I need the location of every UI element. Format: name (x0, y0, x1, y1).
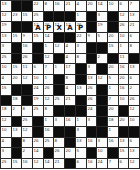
letter-cell-r7c1[interactable]: 10 (1, 64, 12, 75)
letter-cell-r3c8[interactable]: 26P (76, 22, 87, 33)
letter-cell-r3c10[interactable]: 19 (97, 22, 108, 33)
clue-number: 25 (22, 117, 28, 121)
clue-number: 10 (119, 33, 125, 37)
clue-number: 16 (108, 138, 114, 142)
clue-number: 2 (97, 54, 100, 58)
letter-cell-r7c5[interactable]: 7 (44, 64, 55, 75)
letter-cell-r10c9[interactable]: 26 (87, 96, 98, 107)
letter-cell-r14c1[interactable]: 4 (1, 138, 12, 149)
clue-number: 5 (108, 75, 111, 79)
letter-cell-r1c10[interactable]: 14 (97, 1, 108, 12)
letter-cell-r2c10[interactable]: 3 (97, 12, 108, 23)
letter-cell-r9c1[interactable]: 15 (1, 85, 12, 96)
letter-cell-r6c7[interactable]: 4 (65, 54, 76, 65)
black-cell (33, 127, 44, 138)
letter-cell-r3c13[interactable]: 21 (129, 22, 140, 33)
letter-cell-r2c4[interactable]: 25 (33, 12, 44, 23)
clue-number: 12 (119, 12, 125, 16)
codeword-grid: 132281621420141067122315251312131912A26P… (0, 0, 140, 169)
letter-cell-r15c10[interactable]: 10 (97, 148, 108, 159)
letter-cell-r5c6[interactable]: 12 (54, 43, 65, 54)
clue-number: 13 (119, 138, 125, 142)
clue-number: 16 (119, 64, 125, 68)
clue-number: 15 (22, 12, 28, 16)
clue-number: 16 (87, 159, 93, 163)
letter-cell-r16c13[interactable]: 12 (129, 159, 140, 170)
letter-cell-r8c10[interactable]: 12 (97, 75, 108, 86)
clue-number: 10 (129, 117, 135, 121)
letter-cell-r10c7[interactable]: 21 (65, 96, 76, 107)
letter-cell-r1c1[interactable]: 13 (1, 1, 12, 12)
letter-cell-r11c5[interactable]: 8 (44, 106, 55, 117)
letter-cell-r1c8[interactable]: 4 (76, 1, 87, 12)
letter-cell-r9c7[interactable]: 4 (65, 85, 76, 96)
letter-cell-r9c4[interactable]: 24 (33, 85, 44, 96)
letter-cell-r16c6[interactable]: 21 (54, 159, 65, 170)
letter-cell-r5c8[interactable]: 3 (76, 43, 87, 54)
letter-cell-r11c13[interactable]: 12 (129, 106, 140, 117)
black-cell (54, 75, 65, 86)
letter-cell-r16c1[interactable]: 25 (1, 159, 12, 170)
clue-number: 1 (108, 127, 111, 131)
letter-cell-r14c11[interactable]: 16 (108, 138, 119, 149)
letter-cell-r3c1[interactable]: 19 (1, 22, 12, 33)
black-cell (129, 127, 140, 138)
letter-cell-r4c9[interactable]: 9 (87, 33, 98, 44)
clue-number: 23 (12, 12, 18, 16)
letter-cell-r8c11[interactable]: 5 (108, 75, 119, 86)
letter-cell-r4c13[interactable]: 6 (129, 33, 140, 44)
letter-cell-r15c7[interactable]: 20 (65, 148, 76, 159)
clue-number: 22 (76, 33, 82, 37)
clue-number: 3 (97, 138, 100, 142)
clue-number: 12 (44, 54, 50, 58)
letter-cell-r12c3[interactable]: 25 (22, 117, 33, 128)
letter-cell-r2c13[interactable]: 13 (129, 12, 140, 23)
clue-number: 16 (44, 127, 50, 131)
letter-cell-r12c13[interactable]: 10 (129, 117, 140, 128)
letter-cell-r7c7[interactable]: 17 (65, 64, 76, 75)
black-cell (76, 106, 87, 117)
clue-number: 8 (22, 138, 25, 142)
clue-number: 15 (33, 33, 39, 37)
clue-number: 19 (1, 22, 7, 26)
black-cell (87, 22, 98, 33)
letter-cell-r11c11[interactable]: 20 (108, 106, 119, 117)
black-cell (22, 96, 33, 107)
letter-cell-r16c5[interactable]: 14 (44, 159, 55, 170)
black-cell (97, 117, 108, 128)
clue-number: 13 (1, 1, 7, 5)
clue-number: 14 (33, 148, 39, 152)
letter-cell-r15c13[interactable]: 13 (129, 148, 140, 159)
clue-number: 12 (97, 75, 103, 79)
clue-number: 20 (108, 106, 114, 110)
letter-cell-r7c11[interactable]: 20 (108, 64, 119, 75)
letter-cell-r4c1[interactable]: 13 (1, 33, 12, 44)
black-cell (87, 12, 98, 23)
clue-number: 25 (44, 138, 50, 142)
clue-number: 8 (54, 138, 57, 142)
letter-cell-r7c6[interactable]: 1 (54, 64, 65, 75)
letter-cell-r14c10[interactable]: 3 (97, 138, 108, 149)
clue-number: 13 (76, 138, 82, 142)
letter-cell-r12c12[interactable]: 20 (119, 117, 130, 128)
clue-number: 7 (44, 64, 47, 68)
clue-number: 20 (108, 64, 114, 68)
letter-cell-r4c10[interactable]: 5 (97, 33, 108, 44)
letter-cell-r8c3[interactable]: 12 (22, 75, 33, 86)
clue-number: 1 (44, 43, 47, 47)
letter-cell-r8c12[interactable]: 20 (119, 75, 130, 86)
black-cell (76, 96, 87, 107)
letter-cell-r6c10[interactable]: 2 (97, 54, 108, 65)
clue-number: 15 (12, 159, 18, 163)
letter-cell-r6c3[interactable]: 26 (22, 54, 33, 65)
clue-number: 8 (44, 1, 47, 5)
letter-cell-r8c13[interactable]: 6 (129, 75, 140, 86)
black-cell (108, 148, 119, 159)
letter-cell-r8c7[interactable]: 8 (65, 75, 76, 86)
clue-number: 12 (22, 127, 28, 131)
clue-number: 11 (22, 64, 28, 68)
letter-cell-r14c9[interactable]: 16 (87, 138, 98, 149)
letter-cell-r11c4[interactable]: 25 (33, 106, 44, 117)
black-cell (65, 127, 76, 138)
clue-number: 8 (44, 106, 47, 110)
clue-number: 3 (54, 117, 57, 121)
letter-cell-r2c8[interactable]: 1 (76, 12, 87, 23)
letter-cell-r1c12[interactable]: 6 (119, 1, 130, 12)
clue-number: 5 (97, 33, 100, 37)
letter-cell-r1c13[interactable]: 7 (129, 1, 140, 12)
letter-cell-r8c2[interactable]: 20 (12, 75, 23, 86)
clue-number: 11 (119, 54, 125, 58)
letter-cell-r4c12[interactable]: 10 (119, 33, 130, 44)
letter-cell-r16c9[interactable]: 16 (87, 159, 98, 170)
letter-cell-r8c9[interactable]: 13 (87, 75, 98, 86)
letter-cell-r9c5[interactable]: 26 (44, 85, 55, 96)
letter-cell-r15c4[interactable]: 14 (33, 148, 44, 159)
letter-cell-r12c11[interactable]: 18 (108, 117, 119, 128)
black-cell (33, 117, 44, 128)
letter-cell-r4c4[interactable]: 15 (33, 33, 44, 44)
letter-cell-r16c4[interactable]: 12 (33, 159, 44, 170)
letter-cell-r12c1[interactable]: 12 (1, 117, 12, 128)
clue-number: 15 (12, 33, 18, 37)
clue-number: 8 (129, 43, 132, 47)
black-cell (87, 54, 98, 65)
letter-cell-r4c5[interactable]: 14 (44, 33, 55, 44)
letter-cell-r11c3[interactable]: 8 (22, 106, 33, 117)
clue-number: 9 (22, 33, 25, 37)
letter-cell-r5c12[interactable]: 1 (119, 43, 130, 54)
clue-number: 19 (97, 22, 103, 26)
black-cell (108, 12, 119, 23)
letter-cell-r14c4[interactable]: 26 (33, 138, 44, 149)
clue-number: 3 (87, 64, 90, 68)
clue-number: 3 (97, 12, 100, 16)
black-cell (65, 12, 76, 23)
clue-number: 3 (1, 43, 4, 47)
letter-cell-r12c5[interactable]: 1 (44, 117, 55, 128)
clue-number: 12 (44, 96, 50, 100)
letter-cell-r5c13[interactable]: 8 (129, 43, 140, 54)
letter-cell-r5c11[interactable]: 15 (108, 43, 119, 54)
letter-cell-r16c12[interactable]: 6 (119, 159, 130, 170)
letter-cell-r1c4[interactable]: 22 (33, 1, 44, 12)
letter-cell-r6c12[interactable]: 11 (119, 54, 130, 65)
letter-cell-r13c8[interactable]: 3 (76, 127, 87, 138)
clue-number: 15 (1, 85, 7, 89)
clue-number: 20 (12, 75, 18, 79)
clue-number: 26 (22, 54, 28, 58)
clue-number: 13 (1, 33, 7, 37)
letter-cell-r7c2[interactable]: 15 (12, 64, 23, 75)
clue-number: 15 (12, 64, 18, 68)
clue-number: 14 (44, 159, 50, 163)
black-cell (87, 127, 98, 138)
clue-number: 25 (33, 12, 39, 16)
given-letter: P (76, 22, 86, 32)
letter-cell-r3c5[interactable]: 26P (44, 22, 55, 33)
letter-cell-r11c2[interactable]: 2 (12, 106, 23, 117)
clue-number: 12 (129, 106, 135, 110)
black-cell (87, 148, 98, 159)
clue-number: 26 (129, 96, 135, 100)
clue-number: 20 (119, 75, 125, 79)
clue-number: 2 (129, 85, 132, 89)
black-cell (65, 159, 76, 170)
black-cell (108, 22, 119, 33)
clue-number: 26 (54, 148, 60, 152)
letter-cell-r11c1[interactable]: 18 (1, 106, 12, 117)
letter-cell-r5c7[interactable]: 4 (65, 43, 76, 54)
letter-cell-r2c1[interactable]: 12 (1, 12, 12, 23)
clue-number: 26 (33, 138, 39, 142)
letter-cell-r3c6[interactable]: 11X (54, 22, 65, 33)
letter-cell-r10c11[interactable]: 7 (108, 96, 119, 107)
clue-number: 26 (87, 85, 93, 89)
clue-number: 14 (44, 33, 50, 37)
black-cell (76, 64, 87, 75)
black-cell (12, 1, 23, 12)
clue-number: 8 (65, 75, 68, 79)
letter-cell-r2c12[interactable]: 12 (119, 12, 130, 23)
given-letter: A (33, 22, 43, 32)
clue-number: 3 (87, 117, 90, 121)
clue-number: 6 (76, 159, 79, 163)
clue-number: 7 (129, 1, 132, 5)
clue-number: 17 (65, 64, 71, 68)
letter-cell-r9c12[interactable]: 16 (119, 85, 130, 96)
clue-number: 16 (65, 117, 71, 121)
clue-number: 4 (65, 54, 68, 58)
letter-cell-r7c9[interactable]: 3 (87, 64, 98, 75)
clue-number: 22 (33, 1, 39, 5)
clue-number: 5 (76, 148, 79, 152)
letter-cell-r10c13[interactable]: 26 (129, 96, 140, 107)
letter-cell-r14c5[interactable]: 25 (44, 138, 55, 149)
letter-cell-r1c9[interactable]: 20 (87, 1, 98, 12)
clue-number: 1 (44, 75, 47, 79)
letter-cell-r13c5[interactable]: 16 (44, 127, 55, 138)
letter-cell-r7c13[interactable]: 13 (129, 64, 140, 75)
black-cell (12, 148, 23, 159)
letter-cell-r2c3[interactable]: 15 (22, 12, 33, 23)
letter-cell-r14c6[interactable]: 8 (54, 138, 65, 149)
letter-cell-r1c11[interactable]: 10 (108, 1, 119, 12)
letter-cell-r10c4[interactable]: 19 (33, 96, 44, 107)
clue-number: 18 (12, 96, 18, 100)
black-cell (12, 43, 23, 54)
black-cell (54, 12, 65, 23)
letter-cell-r15c6[interactable]: 26 (54, 148, 65, 159)
clue-number: 4 (1, 138, 4, 142)
letter-cell-r15c8[interactable]: 5 (76, 148, 87, 159)
clue-number: 15 (108, 43, 114, 47)
letter-cell-r12c9[interactable]: 3 (87, 117, 98, 128)
letter-cell-r7c4[interactable]: 6 (33, 64, 44, 75)
black-cell (54, 54, 65, 65)
given-letter: X (54, 22, 64, 32)
black-cell (65, 106, 76, 117)
letter-cell-r6c1[interactable]: 25 (1, 54, 12, 65)
letter-cell-r10c6[interactable]: 25 (54, 96, 65, 107)
clue-number: 2 (12, 106, 15, 110)
letter-cell-r1c7[interactable]: 21 (65, 1, 76, 12)
clue-number: 1 (119, 43, 122, 47)
clue-number: 6 (33, 64, 36, 68)
letter-cell-r2c2[interactable]: 23 (12, 12, 23, 23)
black-cell (12, 117, 23, 128)
letter-cell-r15c12[interactable]: 15 (119, 148, 130, 159)
black-cell (54, 127, 65, 138)
letter-cell-r5c5[interactable]: 1 (44, 43, 55, 54)
clue-number: 24 (97, 159, 103, 163)
clue-number: 20 (108, 33, 114, 37)
letter-cell-r9c13[interactable]: 2 (129, 85, 140, 96)
letter-cell-r15c3[interactable]: 2 (22, 148, 33, 159)
letter-cell-r4c11[interactable]: 20 (108, 33, 119, 44)
black-cell (108, 54, 119, 65)
black-cell (12, 85, 23, 96)
clue-number: 16 (22, 43, 28, 47)
clue-number: 6 (119, 159, 122, 163)
letter-cell-r4c3[interactable]: 9 (22, 33, 33, 44)
letter-cell-r9c8[interactable]: 13 (76, 85, 87, 96)
letter-cell-r16c11[interactable]: 7 (108, 159, 119, 170)
letter-cell-r10c5[interactable]: 12 (44, 96, 55, 107)
clue-number: 12 (1, 12, 7, 16)
letter-cell-r14c8[interactable]: 13 (76, 138, 87, 149)
black-cell (65, 138, 76, 149)
black-cell (33, 43, 44, 54)
letter-cell-r15c1[interactable]: 3 (1, 148, 12, 159)
letter-cell-r13c3[interactable]: 12 (22, 127, 33, 138)
given-letter: A (65, 22, 75, 32)
letter-cell-r9c11[interactable]: 1 (108, 85, 119, 96)
black-cell (1, 96, 12, 107)
clue-number: 12 (33, 159, 39, 163)
clue-number: 12 (54, 43, 60, 47)
letter-cell-r16c10[interactable]: 24 (97, 159, 108, 170)
letter-cell-r4c2[interactable]: 15 (12, 33, 23, 44)
letter-cell-r3c4[interactable]: 12A (33, 22, 44, 33)
black-cell (22, 1, 33, 12)
letter-cell-r1c5[interactable]: 8 (44, 1, 55, 12)
letter-cell-r6c8[interactable]: 8 (76, 54, 87, 65)
letter-cell-r3c7[interactable]: 12A (65, 22, 76, 33)
clue-number: 20 (65, 148, 71, 152)
black-cell (119, 127, 130, 138)
black-cell (22, 22, 33, 33)
letter-cell-r9c9[interactable]: 26 (87, 85, 98, 96)
black-cell (44, 148, 55, 159)
letter-cell-r5c1[interactable]: 3 (1, 43, 12, 54)
letter-cell-r1c6[interactable]: 16 (54, 1, 65, 12)
letter-cell-r6c5[interactable]: 12 (44, 54, 55, 65)
letter-cell-r16c8[interactable]: 6 (76, 159, 87, 170)
clue-number: 16 (87, 138, 93, 142)
letter-cell-r8c4[interactable]: 10 (33, 75, 44, 86)
black-cell (22, 85, 33, 96)
black-cell (54, 33, 65, 44)
clue-number: 1 (44, 117, 47, 121)
clue-number: 13 (87, 75, 93, 79)
black-cell (87, 43, 98, 54)
letter-cell-r4c8[interactable]: 22 (76, 33, 87, 44)
clue-number: 26 (119, 22, 125, 26)
letter-cell-r5c3[interactable]: 16 (22, 43, 33, 54)
given-letter: P (44, 22, 54, 32)
letter-cell-r12c7[interactable]: 16 (65, 117, 76, 128)
letter-cell-r13c2[interactable]: 13 (12, 127, 23, 138)
clue-number: 21 (129, 22, 135, 26)
letter-cell-r7c12[interactable]: 16 (119, 64, 130, 75)
black-cell (54, 85, 65, 96)
letter-cell-r11c9[interactable]: 24 (87, 106, 98, 117)
letter-cell-r12c8[interactable]: 1 (76, 117, 87, 128)
clue-number: 13 (12, 127, 18, 131)
letter-cell-r13c1[interactable]: 10 (1, 127, 12, 138)
letter-cell-r16c2[interactable]: 15 (12, 159, 23, 170)
letter-cell-r13c11[interactable]: 1 (108, 127, 119, 138)
clue-number: 6 (129, 75, 132, 79)
black-cell (97, 127, 108, 138)
clue-number: 21 (65, 96, 71, 100)
letter-cell-r14c3[interactable]: 8 (22, 138, 33, 149)
clue-number: 10 (97, 148, 103, 152)
letter-cell-r7c3[interactable]: 11 (22, 64, 33, 75)
letter-cell-r14c12[interactable]: 13 (119, 138, 130, 149)
letter-cell-r8c5[interactable]: 1 (44, 75, 55, 86)
letter-cell-r10c2[interactable]: 18 (12, 96, 23, 107)
clue-number: 10 (1, 64, 7, 68)
letter-cell-r12c6[interactable]: 3 (54, 117, 65, 128)
letter-cell-r16c3[interactable]: 16 (22, 159, 33, 170)
letter-cell-r10c12[interactable]: 10 (119, 96, 130, 107)
clue-number: 10 (1, 127, 7, 131)
clue-number: 1 (54, 64, 57, 68)
clue-number: 25 (54, 96, 60, 100)
letter-cell-r8c1[interactable]: 4 (1, 75, 12, 86)
clue-number: 13 (129, 12, 135, 16)
clue-number: 21 (65, 1, 71, 5)
clue-number: 13 (76, 85, 82, 89)
letter-cell-r14c13[interactable]: 6 (129, 138, 140, 149)
letter-cell-r3c12[interactable]: 26 (119, 22, 130, 33)
